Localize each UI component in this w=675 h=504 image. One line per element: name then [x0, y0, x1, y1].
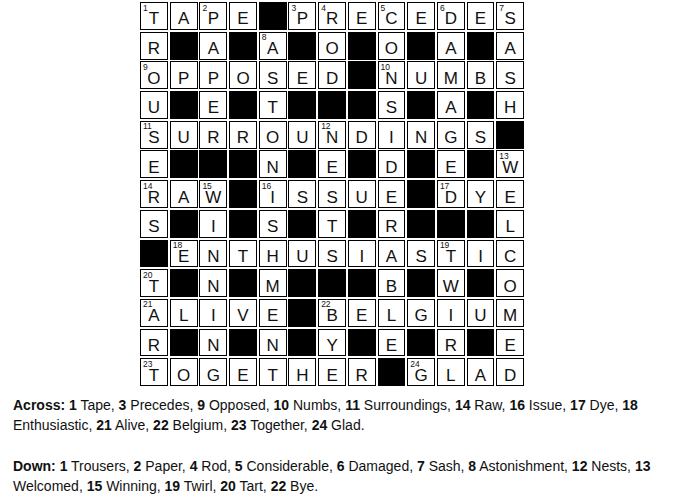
- solution-clue-number: 10: [274, 397, 290, 413]
- block-cell: [288, 32, 316, 60]
- block-cell: [407, 150, 435, 178]
- grid-cell[interactable]: P: [170, 61, 198, 89]
- cell-letter: I: [349, 248, 375, 265]
- solution-clue-number: 17: [570, 397, 586, 413]
- cell-letter: D: [438, 10, 464, 27]
- grid-cell[interactable]: S: [140, 210, 168, 238]
- cell-letter: L: [497, 218, 523, 235]
- cell-letter: R: [141, 337, 167, 354]
- cell-letter: E: [379, 189, 405, 206]
- block-cell: [229, 91, 257, 119]
- grid-cell[interactable]: M: [437, 61, 465, 89]
- cell-letter: T: [230, 248, 256, 265]
- block-cell: [348, 61, 376, 89]
- grid-cell[interactable]: S: [467, 121, 495, 149]
- grid-cell[interactable]: 24G: [407, 358, 435, 386]
- cell-letter: E: [141, 159, 167, 176]
- grid-cell[interactable]: 6D: [437, 2, 465, 30]
- block-cell: [229, 210, 257, 238]
- cell-letter: N: [260, 159, 286, 176]
- cell-letter: A: [497, 40, 523, 57]
- block-cell: [467, 329, 495, 357]
- grid-cell[interactable]: E: [318, 150, 346, 178]
- grid-cell[interactable]: O: [318, 32, 346, 60]
- grid-cell[interactable]: E: [348, 299, 376, 327]
- cell-letter: R: [141, 189, 167, 206]
- cell-letter: E: [319, 159, 345, 176]
- grid-cell[interactable]: S: [496, 61, 524, 89]
- cell-letter: R: [200, 129, 226, 146]
- grid-cell[interactable]: 19T: [437, 240, 465, 268]
- solution-clue-number: 5: [235, 458, 243, 474]
- cell-letter: R: [141, 40, 167, 57]
- cell-letter: E: [230, 367, 256, 384]
- cell-letter: C: [497, 248, 523, 265]
- cell-letter: L: [438, 367, 464, 384]
- cell-letter: S: [260, 70, 286, 87]
- cell-letter: A: [438, 40, 464, 57]
- block-cell: [288, 299, 316, 327]
- block-cell: [140, 240, 168, 268]
- block-cell: [229, 329, 257, 357]
- block-cell: [467, 269, 495, 297]
- grid-cell[interactable]: 1T: [140, 2, 168, 30]
- block-cell: [288, 91, 316, 119]
- cell-letter: A: [438, 99, 464, 116]
- grid-cell[interactable]: R: [199, 121, 227, 149]
- cell-letter: R: [230, 129, 256, 146]
- solution-clue-number: 1: [60, 458, 68, 474]
- cell-letter: R: [379, 218, 405, 235]
- cell-letter: S: [408, 248, 434, 265]
- block-cell: [378, 358, 406, 386]
- block-cell: [467, 91, 495, 119]
- cell-letter: W: [497, 159, 523, 176]
- cell-letter: L: [379, 307, 405, 324]
- grid-cell[interactable]: L: [496, 210, 524, 238]
- cell-letter: T: [260, 99, 286, 116]
- grid-cell[interactable]: A: [170, 180, 198, 208]
- grid-cell[interactable]: S: [259, 210, 287, 238]
- grid-cell[interactable]: T: [259, 91, 287, 119]
- grid-cell[interactable]: R: [229, 121, 257, 149]
- cell-letter: B: [468, 70, 494, 87]
- grid-cell[interactable]: P: [199, 61, 227, 89]
- solution-clue-number: 3: [119, 397, 127, 413]
- grid-cell[interactable]: U: [170, 121, 198, 149]
- grid-cell[interactable]: R: [378, 210, 406, 238]
- cell-letter: S: [260, 218, 286, 235]
- grid-cell[interactable]: N: [199, 269, 227, 297]
- grid-cell[interactable]: U: [140, 91, 168, 119]
- grid-cell[interactable]: D: [496, 358, 524, 386]
- grid-cell[interactable]: H: [288, 358, 316, 386]
- block-cell: [407, 32, 435, 60]
- block-cell: [170, 210, 198, 238]
- grid-cell[interactable]: O: [259, 121, 287, 149]
- cell-letter: E: [497, 337, 523, 354]
- grid-cell[interactable]: B: [378, 269, 406, 297]
- cell-letter: S: [319, 189, 345, 206]
- cell-letter: I: [379, 129, 405, 146]
- grid-cell[interactable]: S: [407, 240, 435, 268]
- cell-letter: E: [260, 307, 286, 324]
- section-label: Across:: [13, 397, 65, 413]
- grid-cell[interactable]: O: [170, 358, 198, 386]
- block-cell: [348, 329, 376, 357]
- grid-cell[interactable]: I: [348, 240, 376, 268]
- cell-letter: D: [349, 129, 375, 146]
- grid-cell[interactable]: R: [140, 32, 168, 60]
- block-cell: [407, 210, 435, 238]
- block-cell: [348, 210, 376, 238]
- solution-clue-number: 18: [622, 397, 638, 413]
- grid-cell[interactable]: U: [288, 121, 316, 149]
- grid-cell[interactable]: I: [437, 299, 465, 327]
- grid-cell[interactable]: E: [378, 180, 406, 208]
- cell-letter: D: [497, 367, 523, 384]
- cell-letter: U: [171, 129, 197, 146]
- grid-cell[interactable]: 9O: [140, 61, 168, 89]
- grid-cell[interactable]: D: [318, 61, 346, 89]
- block-cell: [407, 269, 435, 297]
- cell-letter: E: [497, 189, 523, 206]
- grid-cell[interactable]: N: [199, 240, 227, 268]
- grid-cell[interactable]: N: [259, 150, 287, 178]
- grid-cell[interactable]: G: [407, 299, 435, 327]
- cell-letter: E: [349, 10, 375, 27]
- block-cell: [348, 91, 376, 119]
- cell-letter: N: [200, 337, 226, 354]
- grid-cell[interactable]: E: [437, 150, 465, 178]
- block-cell: [437, 210, 465, 238]
- cell-letter: E: [349, 307, 375, 324]
- solution-clue-number: 16: [509, 397, 525, 413]
- grid-cell[interactable]: S: [318, 180, 346, 208]
- grid-cell[interactable]: D: [378, 150, 406, 178]
- cell-letter: S: [497, 70, 523, 87]
- grid-cell[interactable]: 10N: [378, 61, 406, 89]
- cell-letter: P: [200, 10, 226, 27]
- grid-cell[interactable]: 12N: [318, 121, 346, 149]
- grid-cell[interactable]: M: [259, 269, 287, 297]
- cell-letter: M: [497, 307, 523, 324]
- grid-cell[interactable]: N: [407, 121, 435, 149]
- solution-clue-number: 6: [337, 458, 345, 474]
- grid-cell[interactable]: E: [496, 329, 524, 357]
- grid-cell[interactable]: E: [378, 329, 406, 357]
- grid-cell[interactable]: U: [407, 61, 435, 89]
- grid-cell[interactable]: I: [199, 210, 227, 238]
- block-cell: [407, 329, 435, 357]
- cell-letter: I: [468, 248, 494, 265]
- cell-letter: O: [260, 129, 286, 146]
- grid-cell[interactable]: 3P: [288, 2, 316, 30]
- grid-cell[interactable]: E: [348, 2, 376, 30]
- grid-cell[interactable]: T: [229, 240, 257, 268]
- cell-letter: I: [438, 307, 464, 324]
- cell-letter: N: [319, 129, 345, 146]
- cell-letter: E: [319, 367, 345, 384]
- grid-cell[interactable]: C: [496, 240, 524, 268]
- solution-clue-number: 15: [87, 478, 103, 494]
- grid-cell[interactable]: L: [437, 358, 465, 386]
- grid-cell[interactable]: R: [140, 329, 168, 357]
- solution-clue-number: 2: [134, 458, 142, 474]
- grid-cell[interactable]: O: [496, 269, 524, 297]
- grid-cell[interactable]: 22B: [318, 299, 346, 327]
- grid-cell[interactable]: G: [199, 358, 227, 386]
- grid-cell[interactable]: E: [259, 299, 287, 327]
- cell-letter: E: [438, 159, 464, 176]
- cell-letter: A: [379, 248, 405, 265]
- crossword-grid: 1TA2PE3P4RE5CE6DE7SRA8AOOAA9OPPOSED10NUM…: [140, 2, 524, 386]
- cell-letter: U: [349, 189, 375, 206]
- cell-letter: D: [438, 189, 464, 206]
- cell-letter: S: [468, 129, 494, 146]
- grid-cell[interactable]: A: [467, 358, 495, 386]
- cell-letter: H: [497, 99, 523, 116]
- grid-cell[interactable]: A: [170, 2, 198, 30]
- grid-cell[interactable]: S: [318, 240, 346, 268]
- solution-clue-number: 1: [69, 397, 77, 413]
- grid-cell[interactable]: O: [378, 32, 406, 60]
- grid-cell[interactable]: E: [229, 358, 257, 386]
- cell-letter: Y: [468, 189, 494, 206]
- cell-letter: E: [468, 10, 494, 27]
- grid-cell[interactable]: L: [170, 299, 198, 327]
- cell-letter: G: [200, 367, 226, 384]
- cell-letter: W: [438, 278, 464, 295]
- block-cell: [467, 150, 495, 178]
- block-cell: [199, 150, 227, 178]
- grid-cell[interactable]: T: [259, 358, 287, 386]
- grid-cell[interactable]: A: [496, 32, 524, 60]
- solutions-text: Across: 1 Tape, 3 Precedes, 9 Opposed, 1…: [13, 395, 655, 504]
- cell-letter: T: [141, 278, 167, 295]
- block-cell: [229, 269, 257, 297]
- grid-cell[interactable]: 15W: [199, 180, 227, 208]
- block-cell: [288, 269, 316, 297]
- grid-cell[interactable]: U: [348, 180, 376, 208]
- block-cell: [496, 121, 524, 149]
- grid-cell[interactable]: 20T: [140, 269, 168, 297]
- grid-cell[interactable]: W: [437, 269, 465, 297]
- cell-letter: M: [260, 278, 286, 295]
- cell-letter: I: [200, 218, 226, 235]
- grid-cell[interactable]: L: [378, 299, 406, 327]
- cell-letter: D: [379, 159, 405, 176]
- cell-letter: T: [319, 218, 345, 235]
- grid-cell[interactable]: 23T: [140, 358, 168, 386]
- grid-cell[interactable]: S: [378, 91, 406, 119]
- grid-cell[interactable]: S: [288, 180, 316, 208]
- grid-cell[interactable]: G: [437, 121, 465, 149]
- cell-letter: S: [289, 189, 315, 206]
- cell-letter: S: [141, 129, 167, 146]
- cell-letter: E: [200, 99, 226, 116]
- cell-letter: N: [200, 278, 226, 295]
- grid-cell[interactable]: E: [496, 180, 524, 208]
- cell-letter: L: [171, 307, 197, 324]
- grid-cell[interactable]: Y: [467, 180, 495, 208]
- grid-cell[interactable]: E: [199, 91, 227, 119]
- cell-letter: G: [408, 307, 434, 324]
- grid-cell[interactable]: 11S: [140, 121, 168, 149]
- grid-cell[interactable]: O: [229, 61, 257, 89]
- cell-letter: P: [171, 70, 197, 87]
- grid-cell[interactable]: U: [288, 240, 316, 268]
- grid-cell[interactable]: 2P: [199, 2, 227, 30]
- grid-cell[interactable]: U: [467, 299, 495, 327]
- grid-cell[interactable]: N: [199, 329, 227, 357]
- cell-letter: R: [319, 10, 345, 27]
- section-label: Down:: [13, 458, 56, 474]
- cell-letter: S: [141, 218, 167, 235]
- cell-letter: O: [141, 70, 167, 87]
- solution-clue-number: 7: [417, 458, 425, 474]
- grid-cell[interactable]: 18E: [170, 240, 198, 268]
- block-cell: [288, 210, 316, 238]
- block-cell: [407, 91, 435, 119]
- block-cell: [229, 32, 257, 60]
- block-cell: [318, 91, 346, 119]
- grid-cell[interactable]: Y: [318, 329, 346, 357]
- cell-letter: W: [200, 189, 226, 206]
- cell-letter: B: [319, 307, 345, 324]
- cell-letter: N: [379, 70, 405, 87]
- grid-cell[interactable]: 5C: [378, 2, 406, 30]
- grid-cell[interactable]: E: [467, 2, 495, 30]
- cell-letter: E: [408, 10, 434, 27]
- grid-cell[interactable]: E: [407, 2, 435, 30]
- grid-cell[interactable]: B: [467, 61, 495, 89]
- cell-letter: V: [230, 307, 256, 324]
- cell-letter: P: [289, 10, 315, 27]
- grid-cell[interactable]: I: [467, 240, 495, 268]
- block-cell: [170, 329, 198, 357]
- grid-cell[interactable]: A: [437, 32, 465, 60]
- solution-clue-number: 20: [220, 478, 236, 494]
- grid-cell[interactable]: 21A: [140, 299, 168, 327]
- cell-letter: Y: [319, 337, 345, 354]
- cell-letter: A: [171, 10, 197, 27]
- cell-letter: A: [200, 40, 226, 57]
- block-cell: [170, 269, 198, 297]
- solution-clue-number: 22: [153, 417, 169, 433]
- cell-letter: E: [171, 248, 197, 265]
- grid-cell[interactable]: H: [496, 91, 524, 119]
- cell-letter: A: [260, 40, 286, 57]
- cell-letter: N: [408, 129, 434, 146]
- cell-letter: T: [438, 248, 464, 265]
- block-cell: [229, 150, 257, 178]
- cell-letter: N: [260, 337, 286, 354]
- solution-clue-number: 22: [271, 478, 287, 494]
- grid-cell[interactable]: D: [348, 121, 376, 149]
- grid-cell[interactable]: I: [378, 121, 406, 149]
- solution-clue-number: 19: [165, 478, 181, 494]
- grid-cell[interactable]: S: [259, 61, 287, 89]
- cell-letter: C: [379, 10, 405, 27]
- cell-letter: H: [289, 367, 315, 384]
- cell-letter: I: [260, 189, 286, 206]
- grid-cell[interactable]: 13W: [496, 150, 524, 178]
- grid-cell[interactable]: R: [437, 329, 465, 357]
- solution-clue-number: 4: [190, 458, 198, 474]
- solution-clue-number: 14: [455, 397, 471, 413]
- cell-letter: O: [171, 367, 197, 384]
- grid-cell[interactable]: H: [259, 240, 287, 268]
- block-cell: [318, 269, 346, 297]
- cell-letter: O: [230, 70, 256, 87]
- grid-cell[interactable]: E: [288, 61, 316, 89]
- cell-letter: S: [379, 99, 405, 116]
- grid-cell[interactable]: N: [259, 329, 287, 357]
- grid-cell[interactable]: E: [140, 150, 168, 178]
- grid-cell[interactable]: M: [496, 299, 524, 327]
- cell-letter: A: [141, 307, 167, 324]
- block-cell: [259, 2, 287, 30]
- cell-letter: P: [200, 70, 226, 87]
- grid-cell[interactable]: A: [437, 91, 465, 119]
- cell-letter: E: [289, 70, 315, 87]
- cell-letter: N: [200, 248, 226, 265]
- block-cell: [170, 150, 198, 178]
- cell-letter: D: [319, 70, 345, 87]
- cell-letter: O: [497, 278, 523, 295]
- grid-cell[interactable]: E: [318, 358, 346, 386]
- grid-cell[interactable]: T: [318, 210, 346, 238]
- block-cell: [288, 150, 316, 178]
- grid-cell[interactable]: 8A: [259, 32, 287, 60]
- block-cell: [229, 180, 257, 208]
- cell-letter: M: [438, 70, 464, 87]
- cell-letter: R: [349, 367, 375, 384]
- cell-letter: E: [230, 10, 256, 27]
- grid-cell[interactable]: V: [229, 299, 257, 327]
- grid-cell[interactable]: 16I: [259, 180, 287, 208]
- block-cell: [348, 32, 376, 60]
- cell-letter: O: [379, 40, 405, 57]
- cell-letter: G: [408, 367, 434, 384]
- cell-letter: U: [141, 99, 167, 116]
- block-cell: [288, 329, 316, 357]
- solution-clue-number: 11: [345, 397, 360, 413]
- cell-letter: S: [319, 248, 345, 265]
- solution-clue-number: 12: [572, 458, 588, 474]
- solution-clue-number: 9: [197, 397, 205, 413]
- cell-letter: A: [171, 189, 197, 206]
- grid-cell[interactable]: E: [229, 2, 257, 30]
- grid-cell[interactable]: 17D: [437, 180, 465, 208]
- grid-cell[interactable]: 7S: [496, 2, 524, 30]
- grid-cell[interactable]: I: [199, 299, 227, 327]
- across-solutions: Across: 1 Tape, 3 Precedes, 9 Opposed, 1…: [13, 395, 655, 435]
- grid-cell[interactable]: 4R: [318, 2, 346, 30]
- cell-letter: T: [260, 367, 286, 384]
- grid-cell[interactable]: A: [199, 32, 227, 60]
- cell-letter: U: [408, 70, 434, 87]
- cell-letter: T: [141, 10, 167, 27]
- grid-cell[interactable]: A: [378, 240, 406, 268]
- grid-cell[interactable]: 14R: [140, 180, 168, 208]
- cell-letter: S: [497, 10, 523, 27]
- cell-letter: R: [438, 337, 464, 354]
- cell-letter: T: [141, 367, 167, 384]
- grid-cell[interactable]: R: [348, 358, 376, 386]
- cell-letter: U: [468, 307, 494, 324]
